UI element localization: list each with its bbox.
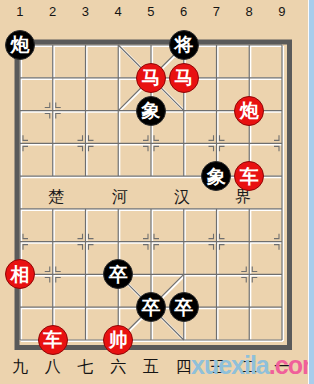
piece-black-cannon[interactable]: 炮	[5, 30, 35, 60]
xiangqi-board-screen: 123456789 楚 河 汉 界 炮将马马象炮象车相卒卒卒车帅 九八七六五四三…	[0, 0, 314, 384]
file-label: 六	[102, 357, 135, 378]
file-label: 7	[200, 4, 233, 19]
piece-red-general[interactable]: 帅	[103, 325, 133, 355]
watermark: xuexila.com	[191, 351, 314, 380]
watermark-site-name: xuexila	[191, 351, 269, 379]
file-label: 5	[135, 4, 168, 19]
piece-red-chariot[interactable]: 车	[38, 325, 68, 355]
file-label: 七	[69, 357, 102, 378]
file-labels-top: 123456789	[4, 4, 299, 19]
file-label: 6	[167, 4, 200, 19]
file-label: 2	[36, 4, 69, 19]
file-label: 1	[4, 4, 37, 19]
file-label: 五	[135, 357, 168, 378]
piece-black-general[interactable]: 将	[169, 30, 199, 60]
piece-red-horse[interactable]: 马	[169, 63, 199, 93]
piece-black-soldier[interactable]: 卒	[169, 292, 199, 322]
piece-black-soldier[interactable]: 卒	[136, 292, 166, 322]
piece-red-elephant[interactable]: 相	[5, 259, 35, 289]
file-label: 九	[4, 357, 37, 378]
piece-black-soldier[interactable]: 卒	[103, 259, 133, 289]
piece-layer: 炮将马马象炮象车相卒卒卒车帅	[4, 29, 299, 357]
file-label: 4	[102, 4, 135, 19]
file-label: 8	[233, 4, 266, 19]
piece-black-elephant[interactable]: 象	[136, 96, 166, 126]
file-label: 9	[266, 4, 299, 19]
file-label: 八	[36, 357, 69, 378]
piece-red-horse[interactable]: 马	[136, 63, 166, 93]
piece-red-cannon[interactable]: 炮	[234, 96, 264, 126]
file-label: 3	[69, 4, 102, 19]
right-blue-edge	[308, 0, 314, 384]
piece-black-elephant[interactable]: 象	[201, 161, 231, 191]
piece-red-chariot[interactable]: 车	[234, 161, 264, 191]
